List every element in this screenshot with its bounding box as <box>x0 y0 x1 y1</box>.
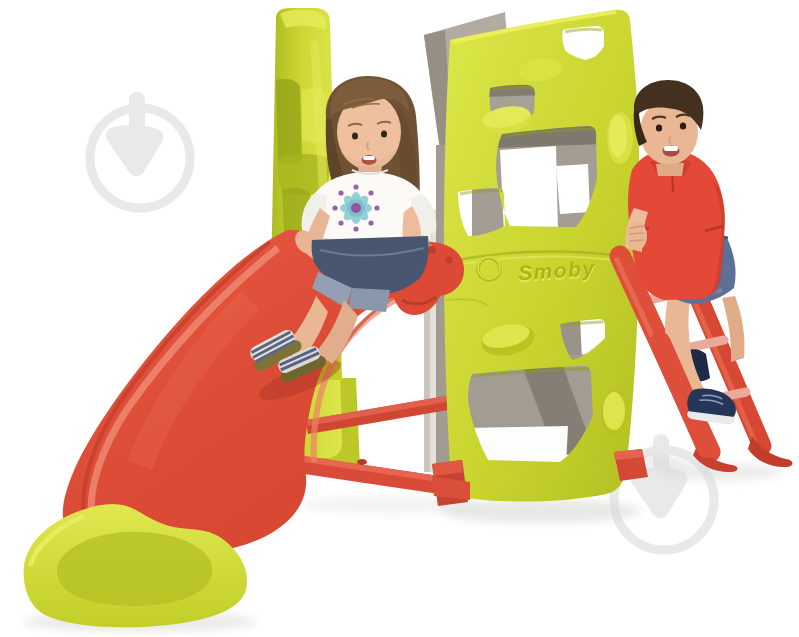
watermark-top-left <box>90 92 190 208</box>
boy-neck <box>656 163 684 176</box>
trowel-in-circle-icon <box>90 92 190 208</box>
product-photo: Smoby Smoby <box>0 0 799 637</box>
product-photo-stage: Smoby Smoby <box>0 0 799 637</box>
